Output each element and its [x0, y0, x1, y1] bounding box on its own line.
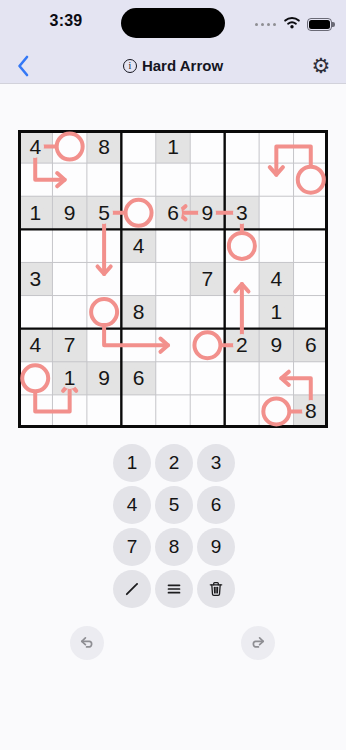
cell-r4c2[interactable]: [52, 229, 86, 262]
clock-time: 3:39: [40, 12, 92, 30]
cell-r2c1[interactable]: [18, 163, 52, 196]
cell-r2c3[interactable]: [87, 163, 121, 196]
cell-r5c3[interactable]: [87, 262, 121, 295]
redo-icon: [248, 633, 268, 653]
battery-icon: [307, 18, 332, 31]
cell-r4c4[interactable]: [121, 229, 155, 262]
cell-r5c4[interactable]: [121, 262, 155, 295]
key-2[interactable]: 2: [155, 444, 193, 482]
board-cells: [18, 130, 328, 428]
cell-r2c5[interactable]: [156, 163, 190, 196]
notes-button[interactable]: [155, 570, 193, 608]
settings-button[interactable]: ⚙: [306, 51, 336, 80]
cellular-dots-icon: [255, 23, 276, 26]
key-3[interactable]: 3: [197, 444, 235, 482]
cell-r7c4[interactable]: [121, 329, 155, 362]
cell-r6c3[interactable]: [87, 296, 121, 329]
cell-r8c9[interactable]: [294, 362, 328, 395]
info-icon[interactable]: i: [123, 59, 137, 73]
key-6[interactable]: 6: [197, 486, 235, 524]
cell-r5c1[interactable]: [18, 262, 52, 295]
cell-r4c7[interactable]: [225, 229, 259, 262]
cell-r5c7[interactable]: [225, 262, 259, 295]
cell-r6c1[interactable]: [18, 296, 52, 329]
cell-r3c1[interactable]: [18, 196, 52, 229]
cell-r7c6[interactable]: [190, 329, 224, 362]
status-bar: 3:39: [0, 0, 346, 48]
cell-r4c5[interactable]: [156, 229, 190, 262]
gear-icon: ⚙: [312, 55, 331, 76]
cell-r9c1[interactable]: [18, 395, 52, 428]
cell-r3c8[interactable]: [259, 196, 293, 229]
cell-r1c3[interactable]: [87, 130, 121, 163]
cell-r5c6[interactable]: [190, 262, 224, 295]
cell-r4c1[interactable]: [18, 229, 52, 262]
cell-r2c2[interactable]: [52, 163, 86, 196]
cell-r3c4[interactable]: [121, 196, 155, 229]
sudoku-board[interactable]: 481195693437481472961968: [18, 130, 328, 428]
redo-button[interactable]: [241, 626, 275, 660]
cell-r6c4[interactable]: [121, 296, 155, 329]
cell-r8c2[interactable]: [52, 362, 86, 395]
cell-r3c2[interactable]: [52, 196, 86, 229]
cell-r4c9[interactable]: [294, 229, 328, 262]
key-7[interactable]: 7: [113, 528, 151, 566]
key-1[interactable]: 1: [113, 444, 151, 482]
cell-r6c6[interactable]: [190, 296, 224, 329]
cell-r7c7[interactable]: [225, 329, 259, 362]
cell-r3c6[interactable]: [190, 196, 224, 229]
cell-r2c7[interactable]: [225, 163, 259, 196]
cell-r5c8[interactable]: [259, 262, 293, 295]
cell-r3c5[interactable]: [156, 196, 190, 229]
delete-button[interactable]: [197, 570, 235, 608]
cell-r1c7[interactable]: [225, 130, 259, 163]
status-icons: [255, 15, 332, 33]
cell-r1c6[interactable]: [190, 130, 224, 163]
cell-r7c8[interactable]: [259, 329, 293, 362]
undo-icon: [77, 633, 97, 653]
cell-r8c5[interactable]: [156, 362, 190, 395]
undo-button[interactable]: [70, 626, 104, 660]
cell-r3c3[interactable]: [87, 196, 121, 229]
dynamic-island: [121, 8, 225, 38]
cell-r9c8[interactable]: [259, 395, 293, 428]
cell-r2c9[interactable]: [294, 163, 328, 196]
cell-r6c5[interactable]: [156, 296, 190, 329]
number-keypad: 1 2 3 4 5 6 7 8 9: [113, 444, 235, 608]
cell-r6c2[interactable]: [52, 296, 86, 329]
cell-r9c7[interactable]: [225, 395, 259, 428]
cell-r9c5[interactable]: [156, 395, 190, 428]
cell-r2c4[interactable]: [121, 163, 155, 196]
cell-r4c8[interactable]: [259, 229, 293, 262]
cell-r9c2[interactable]: [52, 395, 86, 428]
cell-r2c6[interactable]: [190, 163, 224, 196]
cell-r1c4[interactable]: [121, 130, 155, 163]
cell-r1c5[interactable]: [156, 130, 190, 163]
cell-r6c7[interactable]: [225, 296, 259, 329]
cell-r7c9[interactable]: [294, 329, 328, 362]
key-8[interactable]: 8: [155, 528, 193, 566]
cell-r8c6[interactable]: [190, 362, 224, 395]
cell-r7c1[interactable]: [18, 329, 52, 362]
cell-r5c2[interactable]: [52, 262, 86, 295]
key-9[interactable]: 9: [197, 528, 235, 566]
cell-r6c9[interactable]: [294, 296, 328, 329]
cell-r4c6[interactable]: [190, 229, 224, 262]
cell-r8c8[interactable]: [259, 362, 293, 395]
cell-r8c3[interactable]: [87, 362, 121, 395]
page-title-label: Hard Arrow: [142, 57, 223, 74]
trash-icon: [206, 579, 226, 599]
cell-r9c9[interactable]: [294, 395, 328, 428]
cell-r3c7[interactable]: [225, 196, 259, 229]
cell-r5c9[interactable]: [294, 262, 328, 295]
cell-r9c6[interactable]: [190, 395, 224, 428]
cell-r9c4[interactable]: [121, 395, 155, 428]
page-title: i Hard Arrow: [0, 48, 346, 83]
cell-r3c9[interactable]: [294, 196, 328, 229]
wifi-icon: [283, 15, 301, 33]
cell-r8c7[interactable]: [225, 362, 259, 395]
cell-r6c8[interactable]: [259, 296, 293, 329]
cell-r4c3[interactable]: [87, 229, 121, 262]
cell-r7c5[interactable]: [156, 329, 190, 362]
cell-r9c3[interactable]: [87, 395, 121, 428]
nav-bar: i Hard Arrow ⚙: [0, 48, 346, 84]
key-4[interactable]: 4: [113, 486, 151, 524]
cell-r1c1[interactable]: [18, 130, 52, 163]
cell-r1c2[interactable]: [52, 130, 86, 163]
key-5[interactable]: 5: [155, 486, 193, 524]
cell-r8c4[interactable]: [121, 362, 155, 395]
pencil-button[interactable]: [113, 570, 151, 608]
cell-r5c5[interactable]: [156, 262, 190, 295]
cell-r2c8[interactable]: [259, 163, 293, 196]
cell-r1c8[interactable]: [259, 130, 293, 163]
cell-r7c3[interactable]: [87, 329, 121, 362]
lines-icon: [164, 579, 184, 599]
pencil-icon: [122, 579, 142, 599]
cell-r1c9[interactable]: [294, 130, 328, 163]
cell-r8c1[interactable]: [18, 362, 52, 395]
cell-r7c2[interactable]: [52, 329, 86, 362]
